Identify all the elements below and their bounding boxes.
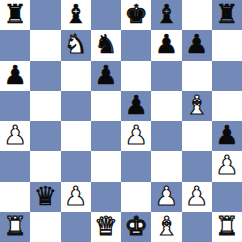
square-d1[interactable]: ♛ [91,212,121,242]
square-g1[interactable] [182,212,212,242]
square-h7[interactable] [212,30,242,60]
piece-black-queen[interactable]: ♛ [34,183,57,209]
square-b5[interactable] [30,91,60,121]
square-c8[interactable]: ♝ [61,0,91,30]
square-h5[interactable] [212,91,242,121]
piece-black-bishop[interactable]: ♝ [64,1,87,27]
square-d8[interactable] [91,0,121,30]
piece-black-pawn[interactable]: ♟ [94,62,117,88]
square-g6[interactable] [182,61,212,91]
square-e7[interactable] [121,30,151,60]
square-g7[interactable]: ♟ [182,30,212,60]
square-d3[interactable] [91,151,121,181]
square-e8[interactable]: ♚ [121,0,151,30]
square-a8[interactable]: ♜ [0,0,30,30]
square-c1[interactable] [61,212,91,242]
piece-black-pawn[interactable]: ♟ [215,122,238,148]
square-c7[interactable]: ♞ [61,30,91,60]
square-d5[interactable] [91,91,121,121]
square-f2[interactable]: ♟ [151,182,181,212]
chess-board: ♜♝♚♝♜♞♞♟♟♟♟♟♝♟♟♟♟♛♟♟♟♜♛♚♝♜ [0,0,242,242]
piece-white-knight[interactable]: ♞ [64,31,87,57]
square-h4[interactable]: ♟ [212,121,242,151]
square-g2[interactable]: ♟ [182,182,212,212]
piece-black-rook[interactable]: ♜ [215,1,238,27]
piece-white-pawn[interactable]: ♟ [185,183,208,209]
piece-black-pawn[interactable]: ♟ [124,92,147,118]
square-c2[interactable]: ♟ [61,182,91,212]
square-g3[interactable] [182,151,212,181]
piece-white-pawn[interactable]: ♟ [124,122,147,148]
square-b3[interactable] [30,151,60,181]
square-b2[interactable]: ♛ [30,182,60,212]
square-a7[interactable] [0,30,30,60]
square-e6[interactable] [121,61,151,91]
square-a4[interactable]: ♟ [0,121,30,151]
square-b1[interactable] [30,212,60,242]
square-d6[interactable]: ♟ [91,61,121,91]
square-e5[interactable]: ♟ [121,91,151,121]
square-f6[interactable] [151,61,181,91]
square-a1[interactable]: ♜ [0,212,30,242]
piece-black-pawn[interactable]: ♟ [185,31,208,57]
piece-white-pawn[interactable]: ♟ [3,122,26,148]
square-c5[interactable] [61,91,91,121]
square-h1[interactable]: ♜ [212,212,242,242]
square-h6[interactable] [212,61,242,91]
square-e2[interactable] [121,182,151,212]
piece-white-rook[interactable]: ♜ [3,213,26,239]
square-b8[interactable] [30,0,60,30]
square-e1[interactable]: ♚ [121,212,151,242]
square-a5[interactable] [0,91,30,121]
square-d7[interactable]: ♞ [91,30,121,60]
piece-white-pawn[interactable]: ♟ [215,152,238,178]
square-h2[interactable] [212,182,242,212]
square-b4[interactable] [30,121,60,151]
square-g8[interactable] [182,0,212,30]
piece-black-pawn[interactable]: ♟ [155,31,178,57]
square-g4[interactable] [182,121,212,151]
piece-white-pawn[interactable]: ♟ [64,183,87,209]
piece-white-king[interactable]: ♚ [124,213,147,239]
square-b7[interactable] [30,30,60,60]
square-e4[interactable]: ♟ [121,121,151,151]
piece-black-rook[interactable]: ♜ [3,1,26,27]
square-c4[interactable] [61,121,91,151]
square-a3[interactable] [0,151,30,181]
piece-black-bishop[interactable]: ♝ [155,1,178,27]
square-a6[interactable]: ♟ [0,61,30,91]
piece-black-knight[interactable]: ♞ [94,31,117,57]
square-f7[interactable]: ♟ [151,30,181,60]
square-f5[interactable] [151,91,181,121]
square-g5[interactable]: ♝ [182,91,212,121]
piece-white-queen[interactable]: ♛ [94,213,117,239]
square-c6[interactable] [61,61,91,91]
square-c3[interactable] [61,151,91,181]
square-h8[interactable]: ♜ [212,0,242,30]
piece-black-pawn[interactable]: ♟ [3,62,26,88]
square-d4[interactable] [91,121,121,151]
square-a2[interactable] [0,182,30,212]
piece-white-pawn[interactable]: ♟ [155,183,178,209]
square-e3[interactable] [121,151,151,181]
piece-white-bishop[interactable]: ♝ [185,92,208,118]
square-f1[interactable]: ♝ [151,212,181,242]
square-f8[interactable]: ♝ [151,0,181,30]
square-f4[interactable] [151,121,181,151]
square-d2[interactable] [91,182,121,212]
square-h3[interactable]: ♟ [212,151,242,181]
piece-white-rook[interactable]: ♜ [215,213,238,239]
square-f3[interactable] [151,151,181,181]
square-b6[interactable] [30,61,60,91]
piece-black-king[interactable]: ♚ [124,1,147,27]
piece-white-bishop[interactable]: ♝ [155,213,178,239]
